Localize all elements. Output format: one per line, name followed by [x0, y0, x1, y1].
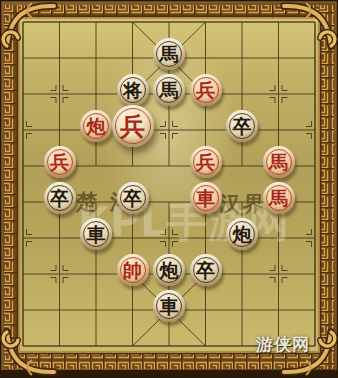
- piece-glyph: 炮: [87, 116, 106, 135]
- piece-glyph: 兵: [196, 80, 215, 99]
- piece-glyph: 馬: [160, 44, 179, 63]
- piece-glyph: 炮: [160, 260, 179, 279]
- frame-band-left: [4, 5, 19, 369]
- piece-black-general[interactable]: 将: [117, 74, 149, 106]
- site-logo-watermark: 游侠网: [256, 333, 310, 356]
- piece-glyph: 卒: [196, 260, 215, 279]
- piece-glyph: 馬: [269, 188, 288, 207]
- piece-glyph: 車: [160, 296, 179, 315]
- piece-glyph: 馬: [269, 152, 288, 171]
- piece-black-chariot[interactable]: 車: [153, 290, 185, 322]
- piece-red-cannon[interactable]: 炮: [80, 110, 112, 142]
- piece-black-soldier[interactable]: 卒: [226, 110, 258, 142]
- piece-glyph: 卒: [233, 116, 252, 135]
- piece-glyph: 帥: [123, 260, 142, 279]
- piece-red-soldier[interactable]: 兵: [112, 105, 154, 147]
- board-field[interactable]: 楚河 汉界 KPL手游网 馬将馬兵炮兵卒兵兵馬卒卒車馬車炮帥炮卒車: [20, 19, 318, 351]
- piece-glyph: 将: [123, 80, 142, 99]
- piece-glyph: 兵: [196, 152, 215, 171]
- piece-black-horse[interactable]: 馬: [153, 74, 185, 106]
- piece-glyph: 車: [87, 224, 106, 243]
- piece-glyph: 兵: [120, 113, 145, 138]
- piece-red-horse[interactable]: 馬: [263, 182, 295, 214]
- piece-black-horse[interactable]: 馬: [153, 38, 185, 70]
- piece-glyph: 車: [196, 188, 215, 207]
- piece-glyph: 卒: [123, 188, 142, 207]
- piece-glyph: 馬: [160, 80, 179, 99]
- piece-red-horse[interactable]: 馬: [263, 146, 295, 178]
- piece-glyph: 兵: [50, 152, 69, 171]
- piece-red-soldier[interactable]: 兵: [190, 146, 222, 178]
- piece-red-soldier[interactable]: 兵: [44, 146, 76, 178]
- piece-black-cannon[interactable]: 炮: [226, 218, 258, 250]
- piece-red-general[interactable]: 帥: [117, 254, 149, 286]
- piece-red-chariot[interactable]: 車: [190, 182, 222, 214]
- piece-black-cannon[interactable]: 炮: [153, 254, 185, 286]
- piece-red-soldier[interactable]: 兵: [190, 74, 222, 106]
- frame-band-right: [319, 5, 334, 369]
- piece-black-soldier[interactable]: 卒: [44, 182, 76, 214]
- xiangqi-game-screen: 楚河 汉界 KPL手游网 馬将馬兵炮兵卒兵兵馬卒卒車馬車炮帥炮卒車: [0, 0, 338, 378]
- frame-band-top: [4, 5, 334, 19]
- piece-black-chariot[interactable]: 車: [80, 218, 112, 250]
- piece-black-soldier[interactable]: 卒: [190, 254, 222, 286]
- piece-glyph: 卒: [50, 188, 69, 207]
- piece-glyph: 炮: [233, 224, 252, 243]
- piece-black-soldier[interactable]: 卒: [117, 182, 149, 214]
